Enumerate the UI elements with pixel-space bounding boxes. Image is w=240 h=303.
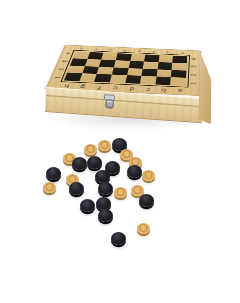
coordinate-label: d <box>123 85 141 93</box>
checker-piece-black <box>127 165 142 178</box>
checker-piece-light <box>114 187 127 198</box>
checker-piece-black <box>80 199 95 212</box>
coordinate-label: d <box>132 48 147 53</box>
checker-piece-light <box>43 182 56 193</box>
metal-clasp <box>102 94 116 110</box>
coordinate-label: c <box>146 49 161 54</box>
dark-square <box>155 77 171 85</box>
coordinate-label: e <box>117 47 133 52</box>
coordinate-label: 3 <box>188 64 199 70</box>
chess-box: hgfedcba 4321 4321 hgfedcba <box>42 35 214 138</box>
coordinate-label: b <box>155 86 172 94</box>
coordinate-label: a <box>175 50 190 55</box>
checker-piece-light <box>98 140 111 151</box>
checker-piece-black <box>98 209 113 222</box>
coordinate-label: c <box>139 85 156 93</box>
checker-piece-light <box>84 144 97 155</box>
checker-piece-light <box>131 185 144 196</box>
checker-piece-black <box>111 232 126 245</box>
checker-piece-black <box>96 197 111 210</box>
checker-piece-light <box>142 170 155 181</box>
checker-piece-black <box>69 182 84 195</box>
checker-piece-black <box>46 167 61 180</box>
checker-piece-black <box>98 182 113 195</box>
light-square <box>140 76 156 84</box>
checkerboard <box>64 51 187 85</box>
coordinate-label: a <box>172 87 189 95</box>
checker-piece-light <box>137 223 150 234</box>
lid-seam <box>46 95 203 108</box>
coordinate-label: 2 <box>188 72 199 78</box>
checker-piece-black <box>139 194 154 207</box>
coordinate-label: f <box>103 47 119 52</box>
checker-piece-black <box>72 157 87 170</box>
coordinate-label: b <box>161 49 176 54</box>
coordinate-label: 1 <box>188 80 199 87</box>
coordinate-label: 4 <box>188 56 199 62</box>
light-square <box>170 77 186 85</box>
clasp-hook <box>105 99 113 108</box>
rank-labels-right: 4321 <box>188 55 199 88</box>
dark-square <box>125 75 142 83</box>
checker-piece-black <box>95 170 110 183</box>
product-photo: hgfedcba 4321 4321 hgfedcba <box>0 0 240 303</box>
checker-piece-black <box>87 156 102 169</box>
